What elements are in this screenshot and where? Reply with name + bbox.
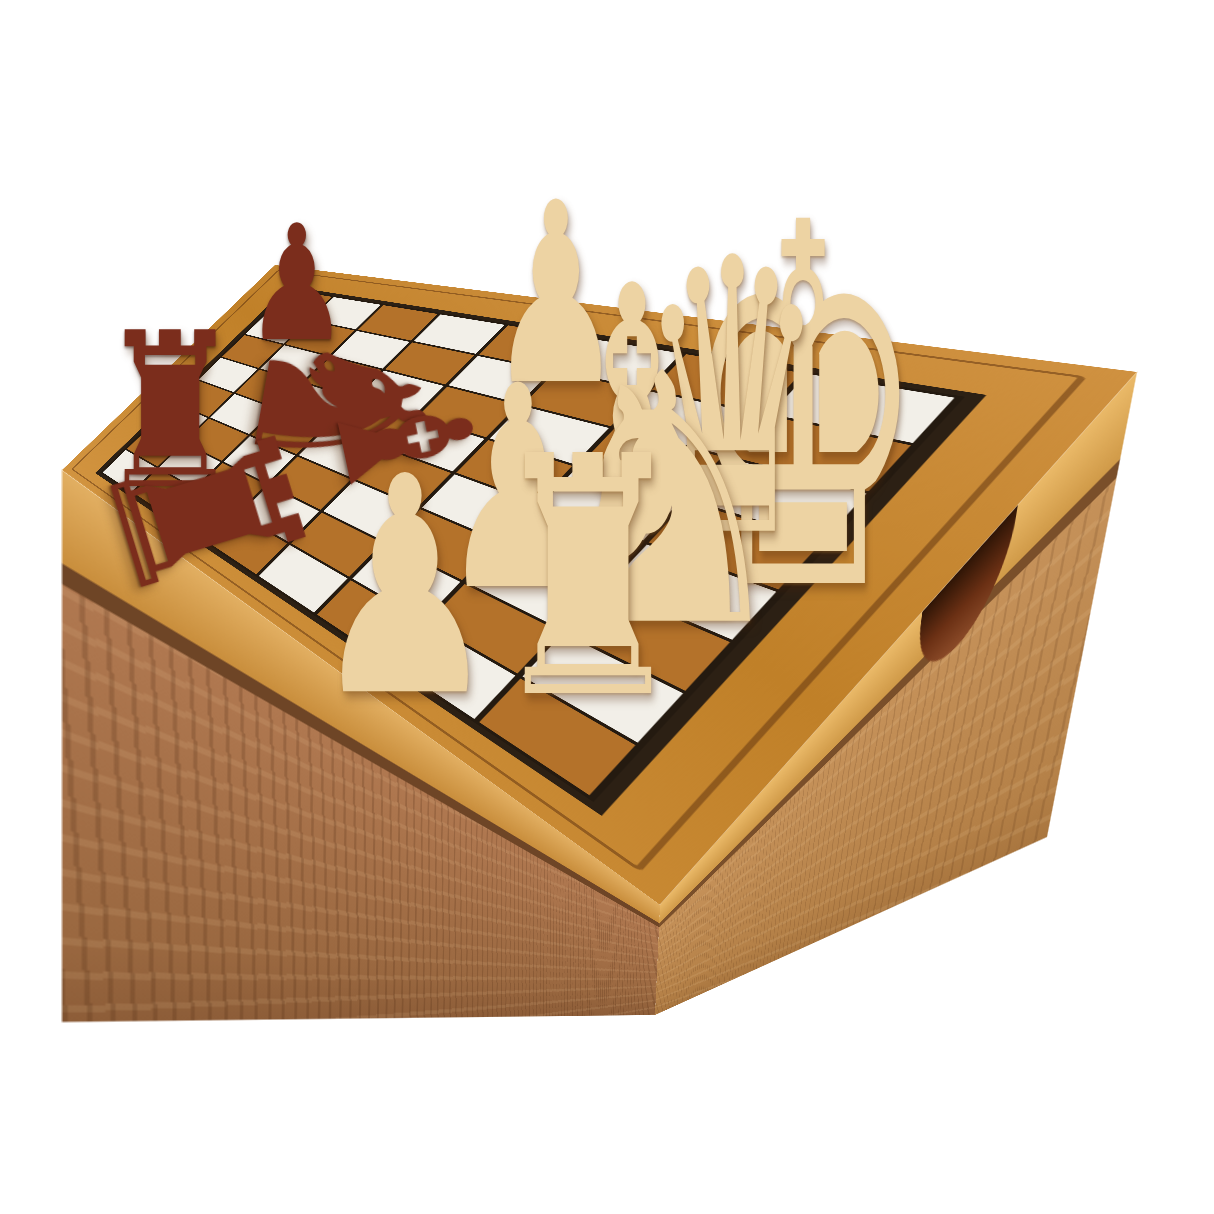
white-rook[interactable]: ♜ bbox=[487, 414, 688, 744]
white-pawn-front[interactable]: ♟ bbox=[311, 438, 499, 738]
chess-set-product-photo: ♟♟♝♚♛♜♞♝♜♟♞♜♟ bbox=[0, 0, 1214, 1214]
